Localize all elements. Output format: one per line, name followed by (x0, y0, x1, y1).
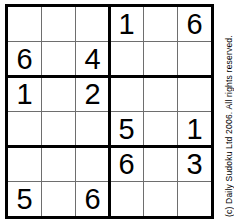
cell-r4c6[interactable]: 1 (178, 112, 211, 146)
cell-r5c1[interactable] (8, 147, 41, 181)
box-divider-horizontal-1 (8, 75, 211, 78)
cell-r4c5[interactable] (144, 112, 177, 146)
sudoku-board: 1 6 6 4 1 2 5 1 6 3 5 6 (5, 4, 214, 219)
copyright-notice: (c) Daily Sudoku Ltd 2006. All rights re… (224, 4, 234, 217)
cell-r1c6[interactable]: 6 (178, 7, 211, 41)
cell-r6c5[interactable] (144, 182, 177, 216)
cell-r2c2[interactable] (42, 42, 75, 76)
cell-r2c3[interactable]: 4 (76, 42, 109, 76)
cell-r1c1[interactable] (8, 7, 41, 41)
cell-r2c1[interactable]: 6 (8, 42, 41, 76)
cell-r5c3[interactable] (76, 147, 109, 181)
cell-r3c1[interactable]: 1 (8, 77, 41, 111)
box-divider-vertical (108, 7, 111, 216)
cell-r2c6[interactable] (178, 42, 211, 76)
cell-r5c4[interactable]: 6 (110, 147, 143, 181)
cell-r2c4[interactable] (110, 42, 143, 76)
cell-r4c3[interactable] (76, 112, 109, 146)
cell-r2c5[interactable] (144, 42, 177, 76)
cell-r1c5[interactable] (144, 7, 177, 41)
cell-r3c4[interactable] (110, 77, 143, 111)
cell-r5c2[interactable] (42, 147, 75, 181)
cell-r6c1[interactable]: 5 (8, 182, 41, 216)
box-divider-horizontal-2 (8, 145, 211, 148)
cell-r3c3[interactable]: 2 (76, 77, 109, 111)
cell-r6c3[interactable]: 6 (76, 182, 109, 216)
cell-r6c6[interactable] (178, 182, 211, 216)
cell-r4c4[interactable]: 5 (110, 112, 143, 146)
cell-r3c2[interactable] (42, 77, 75, 111)
cell-r3c6[interactable] (178, 77, 211, 111)
cell-r1c4[interactable]: 1 (110, 7, 143, 41)
cell-r1c3[interactable] (76, 7, 109, 41)
cell-r5c5[interactable] (144, 147, 177, 181)
cell-r3c5[interactable] (144, 77, 177, 111)
cell-r5c6[interactable]: 3 (178, 147, 211, 181)
cell-r1c2[interactable] (42, 7, 75, 41)
cell-r6c4[interactable] (110, 182, 143, 216)
cell-r4c1[interactable] (8, 112, 41, 146)
cell-r4c2[interactable] (42, 112, 75, 146)
cell-r6c2[interactable] (42, 182, 75, 216)
